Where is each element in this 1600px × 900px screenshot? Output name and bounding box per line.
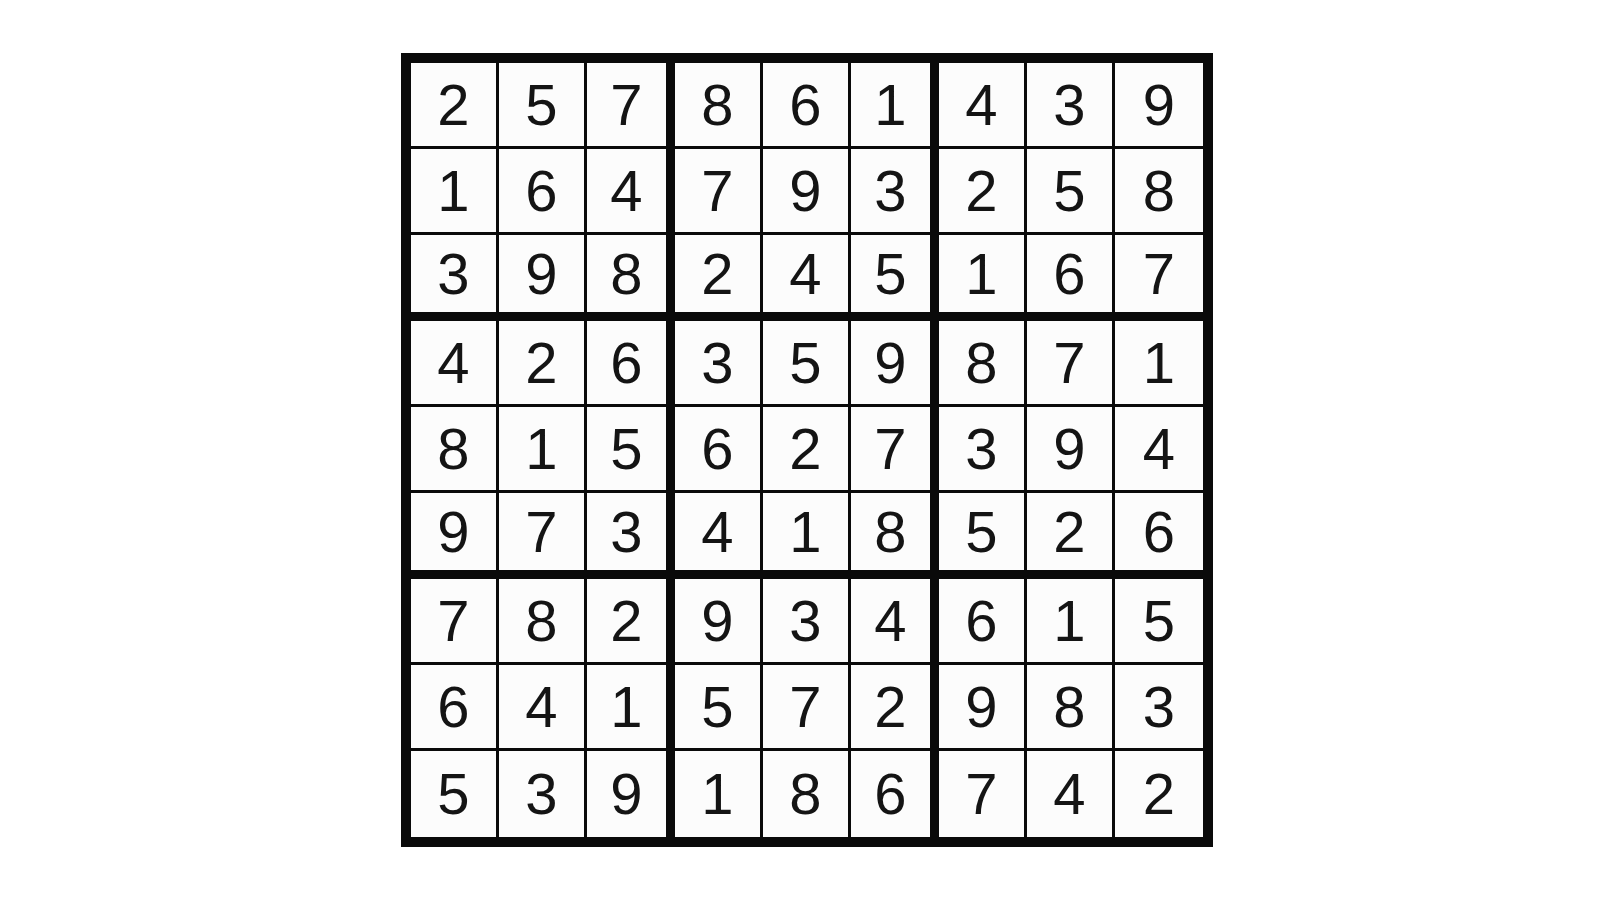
sudoku-cell-r2c2[interactable]: 6	[499, 149, 587, 235]
sudoku-cell-r3c2[interactable]: 9	[499, 235, 587, 321]
sudoku-cell-r5c4[interactable]: 6	[675, 407, 763, 493]
sudoku-cell-r4c8[interactable]: 7	[1027, 321, 1115, 407]
sudoku-cell-r1c6[interactable]: 1	[851, 63, 939, 149]
sudoku-cell-r2c6[interactable]: 3	[851, 149, 939, 235]
sudoku-cell-r4c2[interactable]: 2	[499, 321, 587, 407]
sudoku-cell-r5c5[interactable]: 2	[763, 407, 851, 493]
sudoku-cell-r2c8[interactable]: 5	[1027, 149, 1115, 235]
sudoku-cell-r9c3[interactable]: 9	[587, 751, 675, 837]
sudoku-cell-r8c8[interactable]: 8	[1027, 665, 1115, 751]
sudoku-cell-r5c7[interactable]: 3	[939, 407, 1027, 493]
sudoku-cell-r6c8[interactable]: 2	[1027, 493, 1115, 579]
sudoku-cell-r7c7[interactable]: 6	[939, 579, 1027, 665]
sudoku-cell-r2c9[interactable]: 8	[1115, 149, 1203, 235]
sudoku-cell-r7c4[interactable]: 9	[675, 579, 763, 665]
sudoku-cell-r1c2[interactable]: 5	[499, 63, 587, 149]
sudoku-cell-r6c5[interactable]: 1	[763, 493, 851, 579]
sudoku-cell-r6c6[interactable]: 8	[851, 493, 939, 579]
sudoku-cell-r7c8[interactable]: 1	[1027, 579, 1115, 665]
sudoku-cell-r1c1[interactable]: 2	[411, 63, 499, 149]
sudoku-cell-r4c7[interactable]: 8	[939, 321, 1027, 407]
sudoku-cell-r7c3[interactable]: 2	[587, 579, 675, 665]
sudoku-board: 2578614391647932583982451674263598718156…	[401, 53, 1213, 847]
sudoku-cell-r9c8[interactable]: 4	[1027, 751, 1115, 837]
sudoku-cell-r8c9[interactable]: 3	[1115, 665, 1203, 751]
sudoku-cell-r2c3[interactable]: 4	[587, 149, 675, 235]
sudoku-cell-r3c8[interactable]: 6	[1027, 235, 1115, 321]
sudoku-cell-r5c9[interactable]: 4	[1115, 407, 1203, 493]
sudoku-cell-r1c4[interactable]: 8	[675, 63, 763, 149]
sudoku-cell-r9c2[interactable]: 3	[499, 751, 587, 837]
sudoku-cell-r4c9[interactable]: 1	[1115, 321, 1203, 407]
sudoku-cell-r9c6[interactable]: 6	[851, 751, 939, 837]
sudoku-cell-r5c8[interactable]: 9	[1027, 407, 1115, 493]
sudoku-cell-r7c6[interactable]: 4	[851, 579, 939, 665]
sudoku-cell-r7c5[interactable]: 3	[763, 579, 851, 665]
sudoku-cell-r8c3[interactable]: 1	[587, 665, 675, 751]
sudoku-cell-r4c3[interactable]: 6	[587, 321, 675, 407]
sudoku-cell-r8c7[interactable]: 9	[939, 665, 1027, 751]
sudoku-cell-r3c5[interactable]: 4	[763, 235, 851, 321]
sudoku-cell-r3c9[interactable]: 7	[1115, 235, 1203, 321]
sudoku-cell-r3c7[interactable]: 1	[939, 235, 1027, 321]
sudoku-cell-r3c6[interactable]: 5	[851, 235, 939, 321]
sudoku-cell-r6c1[interactable]: 9	[411, 493, 499, 579]
sudoku-cell-r3c1[interactable]: 3	[411, 235, 499, 321]
sudoku-cell-r1c9[interactable]: 9	[1115, 63, 1203, 149]
sudoku-cell-r5c6[interactable]: 7	[851, 407, 939, 493]
sudoku-cell-r8c5[interactable]: 7	[763, 665, 851, 751]
sudoku-cell-r8c2[interactable]: 4	[499, 665, 587, 751]
sudoku-cell-r7c9[interactable]: 5	[1115, 579, 1203, 665]
sudoku-cell-r1c8[interactable]: 3	[1027, 63, 1115, 149]
sudoku-cell-r9c9[interactable]: 2	[1115, 751, 1203, 837]
sudoku-cell-r2c5[interactable]: 9	[763, 149, 851, 235]
sudoku-cell-r3c3[interactable]: 8	[587, 235, 675, 321]
sudoku-cell-r4c4[interactable]: 3	[675, 321, 763, 407]
sudoku-cell-r5c3[interactable]: 5	[587, 407, 675, 493]
sudoku-cell-r2c7[interactable]: 2	[939, 149, 1027, 235]
sudoku-cell-r6c4[interactable]: 4	[675, 493, 763, 579]
sudoku-cell-r9c4[interactable]: 1	[675, 751, 763, 837]
sudoku-cell-r5c2[interactable]: 1	[499, 407, 587, 493]
sudoku-cell-r8c6[interactable]: 2	[851, 665, 939, 751]
sudoku-cell-r1c7[interactable]: 4	[939, 63, 1027, 149]
sudoku-cell-r6c7[interactable]: 5	[939, 493, 1027, 579]
sudoku-cell-r6c9[interactable]: 6	[1115, 493, 1203, 579]
sudoku-cell-r7c1[interactable]: 7	[411, 579, 499, 665]
sudoku-cell-r9c5[interactable]: 8	[763, 751, 851, 837]
sudoku-cell-r3c4[interactable]: 2	[675, 235, 763, 321]
sudoku-cell-r4c5[interactable]: 5	[763, 321, 851, 407]
sudoku-cell-r9c7[interactable]: 7	[939, 751, 1027, 837]
sudoku-cell-r1c5[interactable]: 6	[763, 63, 851, 149]
sudoku-cell-r9c1[interactable]: 5	[411, 751, 499, 837]
sudoku-cell-r6c2[interactable]: 7	[499, 493, 587, 579]
sudoku-cell-r7c2[interactable]: 8	[499, 579, 587, 665]
sudoku-cell-r2c4[interactable]: 7	[675, 149, 763, 235]
sudoku-cell-r8c1[interactable]: 6	[411, 665, 499, 751]
sudoku-cell-r8c4[interactable]: 5	[675, 665, 763, 751]
sudoku-cell-r4c6[interactable]: 9	[851, 321, 939, 407]
sudoku-cell-r2c1[interactable]: 1	[411, 149, 499, 235]
sudoku-cell-r4c1[interactable]: 4	[411, 321, 499, 407]
sudoku-cell-r5c1[interactable]: 8	[411, 407, 499, 493]
page-background: 2578614391647932583982451674263598718156…	[0, 0, 1600, 900]
sudoku-cell-r6c3[interactable]: 3	[587, 493, 675, 579]
sudoku-cell-r1c3[interactable]: 7	[587, 63, 675, 149]
